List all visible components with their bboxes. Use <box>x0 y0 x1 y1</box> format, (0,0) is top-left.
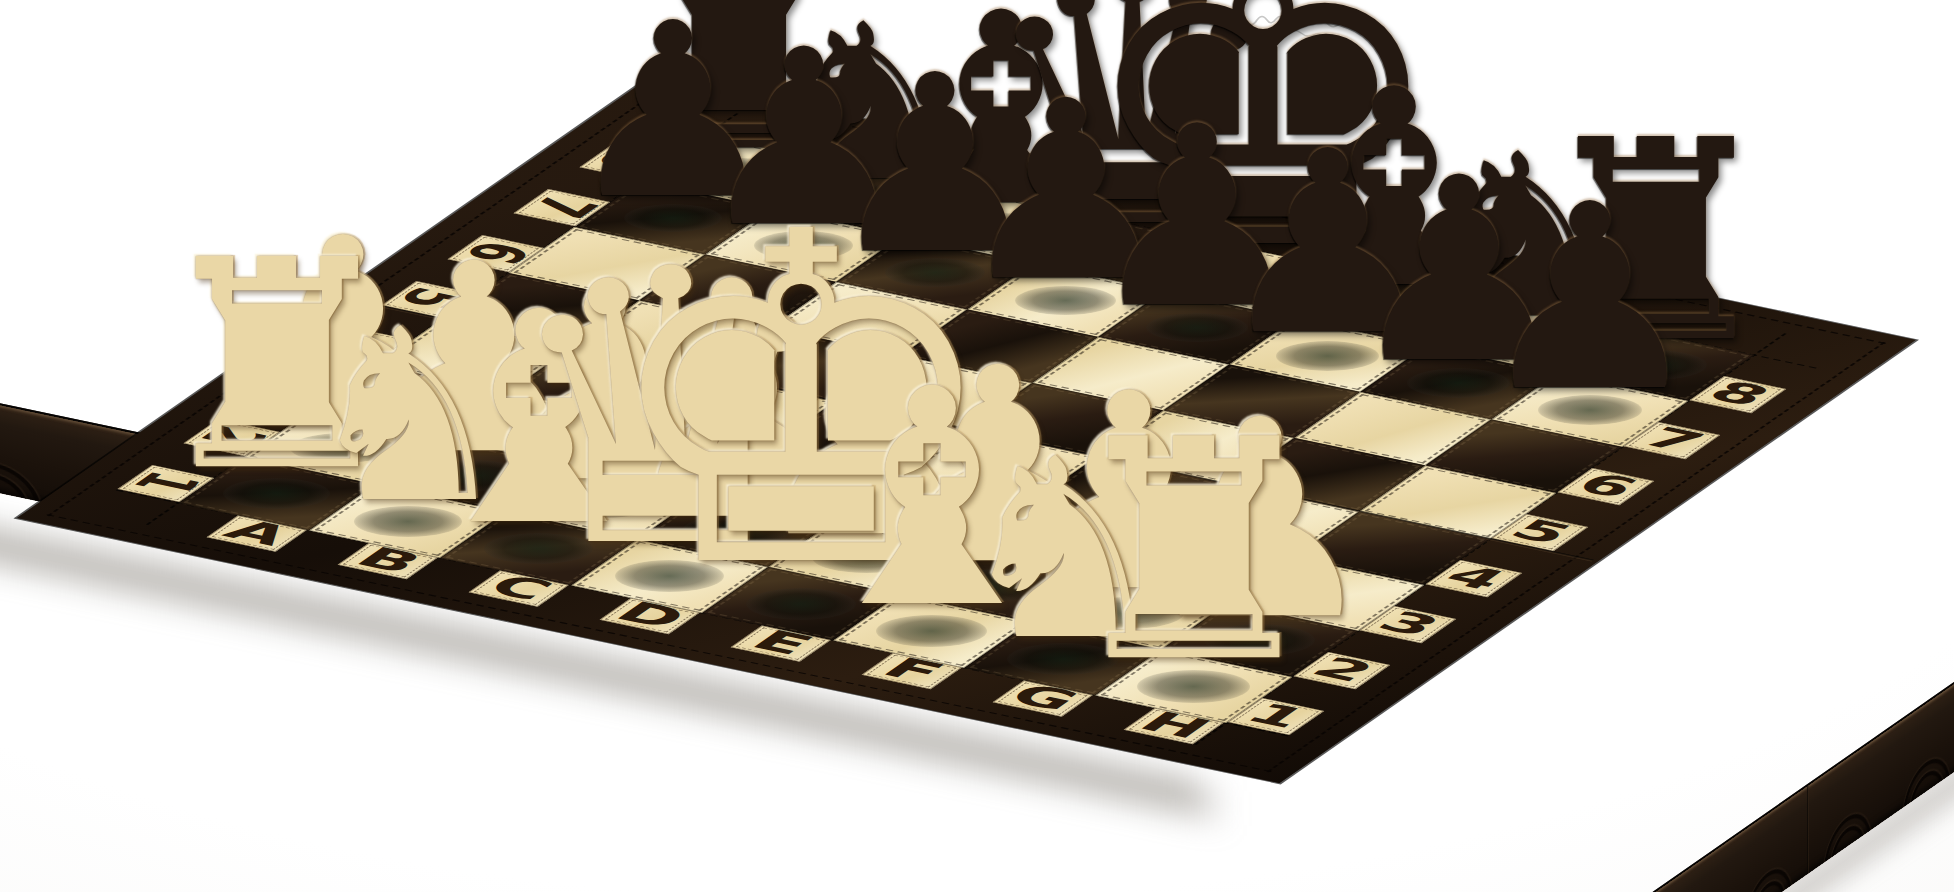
rank-label-3-west: 3 <box>254 375 344 405</box>
fold-seam-right <box>1807 785 1809 874</box>
file-label-d-south: D <box>607 598 696 633</box>
chess-board: ABCDEFGH1122334455667788 <box>17 75 1915 783</box>
rank-label-7-west: 7 <box>518 192 608 222</box>
file-label-g-south: G <box>1000 680 1088 715</box>
rank-label-8-west: 8 <box>584 146 674 176</box>
watermark-scribble <box>1218 4 1388 40</box>
rank-label-2-west: 2 <box>188 421 278 451</box>
photo-background: ABCDEFGH1122334455667788 ♜♞♝♛♚♝♞♜♟♟♟♟♟♟♟… <box>0 0 1954 892</box>
rank-label-4-west: 4 <box>320 329 410 359</box>
rank-label-6-west: 6 <box>452 238 542 268</box>
